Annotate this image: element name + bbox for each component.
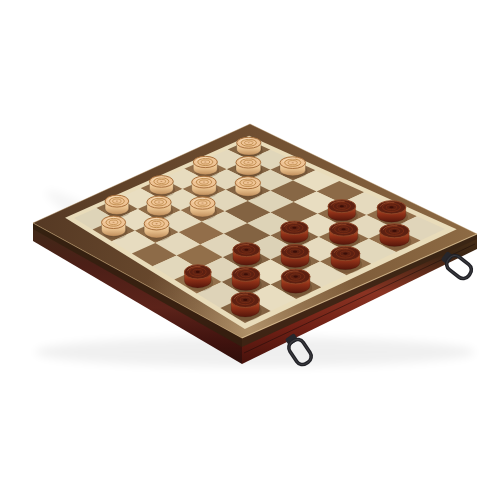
checker-dark[interactable] xyxy=(331,246,362,273)
checkers-board-photo xyxy=(0,0,500,500)
checker-light[interactable] xyxy=(102,216,128,239)
checker-light[interactable] xyxy=(144,217,171,241)
checker-dark[interactable] xyxy=(328,200,358,224)
checker-dark[interactable] xyxy=(231,292,262,321)
checker-dark[interactable] xyxy=(233,243,262,269)
checker-dark[interactable] xyxy=(232,267,262,294)
checker-light[interactable] xyxy=(235,177,262,200)
checker-light[interactable] xyxy=(192,176,218,198)
checker-light[interactable] xyxy=(280,157,307,179)
checker-dark[interactable] xyxy=(184,265,213,292)
checker-light[interactable] xyxy=(193,156,219,177)
checker-light[interactable] xyxy=(150,176,176,198)
checker-light[interactable] xyxy=(237,137,263,158)
checker-dark[interactable] xyxy=(329,222,359,248)
checker-dark[interactable] xyxy=(377,201,408,226)
checker-dark[interactable] xyxy=(281,245,311,271)
checker-dark[interactable] xyxy=(281,269,312,297)
checker-light[interactable] xyxy=(147,196,173,219)
checker-light[interactable] xyxy=(190,197,217,220)
checker-dark[interactable] xyxy=(281,221,310,246)
checker-dark[interactable] xyxy=(380,224,412,250)
checker-light[interactable] xyxy=(105,195,130,217)
product-image xyxy=(0,0,500,500)
checker-light[interactable] xyxy=(236,157,263,179)
